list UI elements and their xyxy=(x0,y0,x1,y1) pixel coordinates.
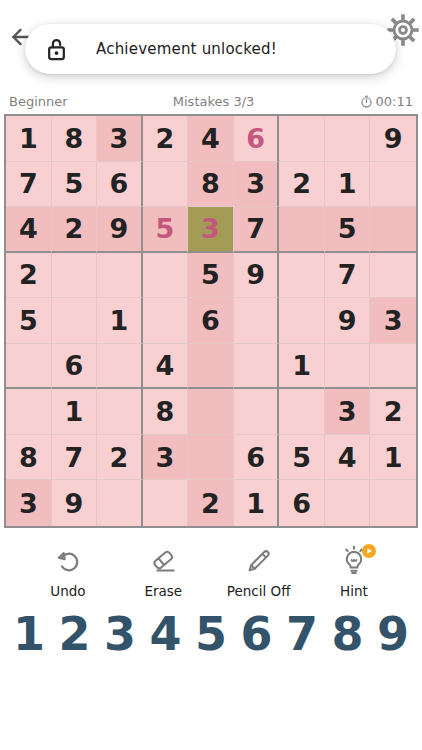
cell-r8c8[interactable]: 4 xyxy=(325,435,371,481)
cell-r2c7[interactable]: 2 xyxy=(279,162,325,208)
cell-r3c9[interactable] xyxy=(370,207,416,253)
cell-r6c3[interactable] xyxy=(97,344,143,390)
cell-r1c2[interactable]: 8 xyxy=(52,116,98,162)
cell-r7c1[interactable] xyxy=(6,389,52,435)
achievement-toast[interactable]: Achievement unlocked! xyxy=(25,24,396,74)
timer-value: 00:11 xyxy=(376,94,413,109)
cell-r2c9[interactable] xyxy=(370,162,416,208)
erase-button[interactable]: Erase xyxy=(123,544,203,599)
cell-r5c3[interactable]: 1 xyxy=(97,298,143,344)
cell-r1c5[interactable]: 4 xyxy=(188,116,234,162)
cell-r5c6[interactable] xyxy=(234,298,280,344)
header: Achievement unlocked! xyxy=(0,0,422,90)
cell-r9c5[interactable]: 2 xyxy=(188,480,234,526)
cell-r6c8[interactable] xyxy=(325,344,371,390)
cell-r5c9[interactable]: 3 xyxy=(370,298,416,344)
cell-r2c1[interactable]: 7 xyxy=(6,162,52,208)
cell-r3c7[interactable] xyxy=(279,207,325,253)
play-ad-badge xyxy=(362,544,376,558)
cell-r7c8[interactable]: 3 xyxy=(325,389,371,435)
cell-r8c5[interactable] xyxy=(188,435,234,481)
cell-r3c8[interactable]: 5 xyxy=(325,207,371,253)
cell-r6c1[interactable] xyxy=(6,344,52,390)
cell-r5c7[interactable] xyxy=(279,298,325,344)
toolbar: Undo Erase xyxy=(0,544,422,599)
cell-r9c8[interactable] xyxy=(325,480,371,526)
cell-r3c6[interactable]: 7 xyxy=(234,207,280,253)
cell-r8c3[interactable]: 2 xyxy=(97,435,143,481)
clock-icon xyxy=(360,95,373,108)
cell-r3c1[interactable]: 4 xyxy=(6,207,52,253)
cell-r9c9[interactable] xyxy=(370,480,416,526)
cell-r2c5[interactable]: 8 xyxy=(188,162,234,208)
cell-r1c1[interactable]: 1 xyxy=(6,116,52,162)
cell-r9c4[interactable] xyxy=(143,480,189,526)
cell-r4c2[interactable] xyxy=(52,253,98,299)
cell-r4c6[interactable]: 9 xyxy=(234,253,280,299)
cell-r5c2[interactable] xyxy=(52,298,98,344)
cell-r4c5[interactable]: 5 xyxy=(188,253,234,299)
toast-text: Achievement unlocked! xyxy=(96,40,277,58)
numpad-4[interactable]: 4 xyxy=(149,611,181,657)
cell-r9c6[interactable]: 1 xyxy=(234,480,280,526)
cell-r6c7[interactable]: 1 xyxy=(279,344,325,390)
numpad-3[interactable]: 3 xyxy=(104,611,136,657)
numpad-8[interactable]: 8 xyxy=(331,611,363,657)
cell-r9c1[interactable]: 3 xyxy=(6,480,52,526)
cell-r3c3[interactable]: 9 xyxy=(97,207,143,253)
cell-r5c1[interactable]: 5 xyxy=(6,298,52,344)
cell-r8c7[interactable]: 5 xyxy=(279,435,325,481)
difficulty-label: Beginner xyxy=(9,94,68,109)
pencil-button[interactable]: Pencil Off xyxy=(219,544,299,599)
numpad-5[interactable]: 5 xyxy=(195,611,227,657)
cell-r4c8[interactable]: 7 xyxy=(325,253,371,299)
cell-r1c8[interactable] xyxy=(325,116,371,162)
hint-button[interactable]: Hint xyxy=(314,544,394,599)
numpad-6[interactable]: 6 xyxy=(240,611,272,657)
cell-r8c6[interactable]: 6 xyxy=(234,435,280,481)
number-pad: 1 2 3 4 5 6 7 8 9 xyxy=(0,611,422,657)
cell-r8c1[interactable]: 8 xyxy=(6,435,52,481)
numpad-9[interactable]: 9 xyxy=(377,611,409,657)
cell-r8c2[interactable]: 7 xyxy=(52,435,98,481)
cell-r1c3[interactable]: 3 xyxy=(97,116,143,162)
cell-r5c4[interactable] xyxy=(143,298,189,344)
sudoku-board: 1832469756832142953752597516936411832872… xyxy=(4,114,418,528)
mistakes-counter: Mistakes 3/3 xyxy=(173,94,255,109)
cell-r5c5[interactable]: 6 xyxy=(188,298,234,344)
hint-bulb-icon xyxy=(337,544,371,578)
cell-r4c7[interactable] xyxy=(279,253,325,299)
cell-r7c3[interactable] xyxy=(97,389,143,435)
cell-r6c2[interactable]: 6 xyxy=(52,344,98,390)
padlock-open-icon xyxy=(43,36,70,63)
cell-r6c4[interactable]: 4 xyxy=(143,344,189,390)
cell-r3c4[interactable]: 5 xyxy=(143,207,189,253)
numpad-2[interactable]: 2 xyxy=(58,611,90,657)
cell-r1c9[interactable]: 9 xyxy=(370,116,416,162)
cell-r2c6[interactable]: 3 xyxy=(234,162,280,208)
sudoku-app-screen: Achievement unlocked! Beginner Mistakes … xyxy=(0,0,422,750)
timer: 00:11 xyxy=(360,94,413,109)
cell-r2c3[interactable]: 6 xyxy=(97,162,143,208)
pencil-label: Pencil Off xyxy=(227,583,291,599)
cell-r7c7[interactable] xyxy=(279,389,325,435)
cell-r7c2[interactable]: 1 xyxy=(52,389,98,435)
hint-label: Hint xyxy=(340,583,368,599)
cell-r1c6[interactable]: 6 xyxy=(234,116,280,162)
status-bar: Beginner Mistakes 3/3 00:11 xyxy=(0,90,422,112)
cell-r6c9[interactable] xyxy=(370,344,416,390)
cell-r4c9[interactable] xyxy=(370,253,416,299)
cell-r6c5[interactable] xyxy=(188,344,234,390)
cell-r9c7[interactable]: 6 xyxy=(279,480,325,526)
cell-r1c4[interactable]: 2 xyxy=(143,116,189,162)
cell-r8c4[interactable]: 3 xyxy=(143,435,189,481)
eraser-icon xyxy=(146,544,180,578)
cell-r9c2[interactable]: 9 xyxy=(52,480,98,526)
cell-r8c9[interactable]: 1 xyxy=(370,435,416,481)
cell-r4c3[interactable] xyxy=(97,253,143,299)
cell-r7c6[interactable] xyxy=(234,389,280,435)
cell-r6c6[interactable] xyxy=(234,344,280,390)
numpad-1[interactable]: 1 xyxy=(13,611,45,657)
cell-r4c4[interactable] xyxy=(143,253,189,299)
pencil-icon xyxy=(242,544,276,578)
cell-r5c8[interactable]: 9 xyxy=(325,298,371,344)
cell-r2c4[interactable] xyxy=(143,162,189,208)
cell-r3c5[interactable]: 3 xyxy=(188,207,234,253)
erase-label: Erase xyxy=(144,583,182,599)
cell-r9c3[interactable] xyxy=(97,480,143,526)
undo-icon xyxy=(51,544,85,578)
cell-r3c2[interactable]: 2 xyxy=(52,207,98,253)
undo-label: Undo xyxy=(50,583,85,599)
cell-r7c4[interactable]: 8 xyxy=(143,389,189,435)
cell-r2c8[interactable]: 1 xyxy=(325,162,371,208)
undo-button[interactable]: Undo xyxy=(28,544,108,599)
cell-r1c7[interactable] xyxy=(279,116,325,162)
cell-r7c5[interactable] xyxy=(188,389,234,435)
cell-r2c2[interactable]: 5 xyxy=(52,162,98,208)
numpad-7[interactable]: 7 xyxy=(286,611,318,657)
cell-r7c9[interactable]: 2 xyxy=(370,389,416,435)
cell-r4c1[interactable]: 2 xyxy=(6,253,52,299)
